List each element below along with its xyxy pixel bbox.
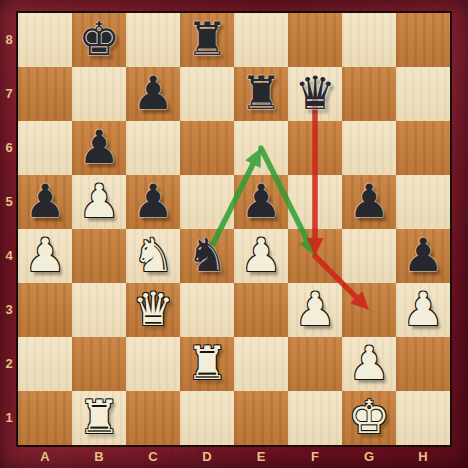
black-queen-f7[interactable]: ♛ [288,67,342,121]
white-pawn-b5[interactable]: ♟ [72,175,126,229]
rank-label-5: 5 [0,175,18,229]
white-queen-c3[interactable]: ♛ [126,283,180,337]
file-label-E: E [234,445,288,468]
file-label-C: C [126,445,180,468]
chess-board: ♚♜♟♜♛♟♟♟♟♟♟♟♞♞♟♟♛♟♟♜♟♜♚ [18,13,450,445]
white-pawn-a4[interactable]: ♟ [18,229,72,283]
white-pawn-h3[interactable]: ♟ [396,283,450,337]
black-king-b8[interactable]: ♚ [72,13,126,67]
rank-label-8: 8 [0,13,18,67]
black-pawn-c7[interactable]: ♟ [126,67,180,121]
black-knight-d4[interactable]: ♞ [180,229,234,283]
chess-board-window: ♚♜♟♜♛♟♟♟♟♟♟♟♞♞♟♟♛♟♟♜♟♜♚ 87654321 ABCDEFG… [0,0,468,468]
white-rook-d2[interactable]: ♜ [180,337,234,391]
black-pawn-b6[interactable]: ♟ [72,121,126,175]
pieces-layer: ♚♜♟♜♛♟♟♟♟♟♟♟♞♞♟♟♛♟♟♜♟♜♚ [18,13,450,445]
rank-label-2: 2 [0,337,18,391]
black-rook-d8[interactable]: ♜ [180,13,234,67]
rank-label-3: 3 [0,283,18,337]
black-pawn-a5[interactable]: ♟ [18,175,72,229]
black-pawn-g5[interactable]: ♟ [342,175,396,229]
file-label-H: H [396,445,450,468]
white-rook-b1[interactable]: ♜ [72,391,126,445]
file-label-A: A [18,445,72,468]
white-pawn-e4[interactable]: ♟ [234,229,288,283]
file-label-B: B [72,445,126,468]
black-pawn-c5[interactable]: ♟ [126,175,180,229]
rank-label-1: 1 [0,391,18,445]
white-pawn-g2[interactable]: ♟ [342,337,396,391]
file-label-G: G [342,445,396,468]
rank-label-7: 7 [0,67,18,121]
white-knight-c4[interactable]: ♞ [126,229,180,283]
rank-label-4: 4 [0,229,18,283]
white-king-g1[interactable]: ♚ [342,391,396,445]
rank-label-6: 6 [0,121,18,175]
black-pawn-h4[interactable]: ♟ [396,229,450,283]
file-label-F: F [288,445,342,468]
file-label-D: D [180,445,234,468]
white-pawn-f3[interactable]: ♟ [288,283,342,337]
black-rook-e7[interactable]: ♜ [234,67,288,121]
black-pawn-e5[interactable]: ♟ [234,175,288,229]
